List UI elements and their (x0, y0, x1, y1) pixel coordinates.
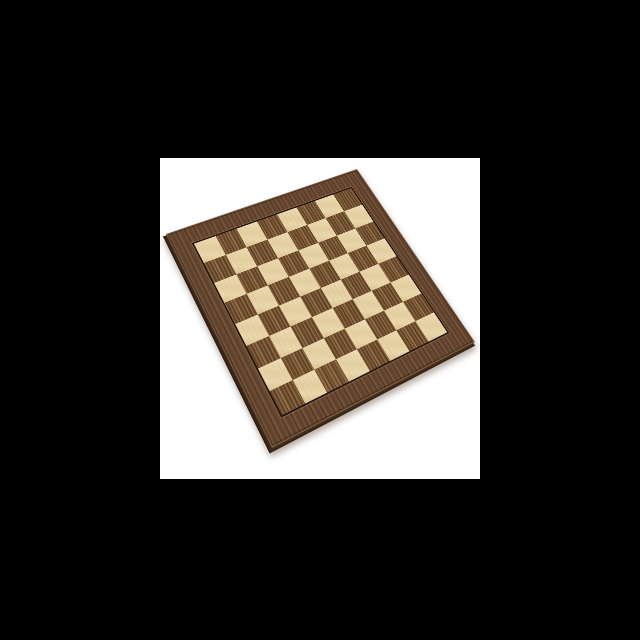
product-photo-card (160, 158, 480, 479)
image-background (0, 0, 640, 640)
